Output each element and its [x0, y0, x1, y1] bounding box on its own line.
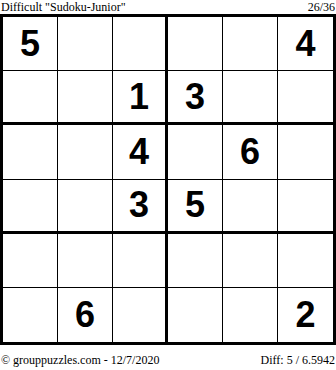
cell-r6c2[interactable]: 6	[58, 288, 113, 342]
cell-r2c5[interactable]	[223, 71, 278, 125]
cell-r6c1[interactable]	[3, 288, 58, 342]
sudoku-grid: 5413463562	[0, 14, 336, 345]
cell-r1c6[interactable]: 4	[278, 17, 333, 71]
cell-r2c6[interactable]	[278, 71, 333, 125]
cell-r6c6[interactable]: 2	[278, 288, 333, 342]
cell-r4c5[interactable]	[223, 180, 278, 234]
copyright-text: © grouppuzzles.com - 12/7/2020	[1, 353, 159, 367]
footer: © grouppuzzles.com - 12/7/2020 Diff: 5 /…	[0, 353, 336, 367]
header: Difficult "Sudoku-Junior" 26/36	[0, 0, 336, 14]
cell-r1c2[interactable]	[58, 17, 113, 71]
cell-r4c2[interactable]	[58, 180, 113, 234]
cell-r5c6[interactable]	[278, 234, 333, 288]
cell-r6c4[interactable]	[168, 288, 223, 342]
cell-r2c3[interactable]: 1	[113, 71, 168, 125]
cell-r5c3[interactable]	[113, 234, 168, 288]
clue-counter: 26/36	[308, 1, 335, 14]
cell-r3c2[interactable]	[58, 125, 113, 179]
cell-r3c6[interactable]	[278, 125, 333, 179]
cell-r2c2[interactable]	[58, 71, 113, 125]
cell-r1c4[interactable]	[168, 17, 223, 71]
cell-r4c4[interactable]: 5	[168, 180, 223, 234]
cell-r4c3[interactable]: 3	[113, 180, 168, 234]
cell-r4c6[interactable]	[278, 180, 333, 234]
cell-r4c1[interactable]	[3, 180, 58, 234]
cell-r3c5[interactable]: 6	[223, 125, 278, 179]
cell-r1c1[interactable]: 5	[3, 17, 58, 71]
difficulty-text: Diff: 5 / 6.5942	[261, 353, 335, 367]
cell-r6c3[interactable]	[113, 288, 168, 342]
cell-r1c3[interactable]	[113, 17, 168, 71]
cell-r2c1[interactable]	[3, 71, 58, 125]
cell-r5c4[interactable]	[168, 234, 223, 288]
cell-r5c5[interactable]	[223, 234, 278, 288]
cell-r2c4[interactable]: 3	[168, 71, 223, 125]
cell-r6c5[interactable]	[223, 288, 278, 342]
cell-r3c4[interactable]	[168, 125, 223, 179]
cell-r1c5[interactable]	[223, 17, 278, 71]
cell-r3c3[interactable]: 4	[113, 125, 168, 179]
cell-r5c2[interactable]	[58, 234, 113, 288]
sudoku-page: Difficult "Sudoku-Junior" 26/36 54134635…	[0, 0, 336, 370]
cell-r5c1[interactable]	[3, 234, 58, 288]
cell-r3c1[interactable]	[3, 125, 58, 179]
puzzle-title: Difficult "Sudoku-Junior"	[1, 1, 126, 14]
